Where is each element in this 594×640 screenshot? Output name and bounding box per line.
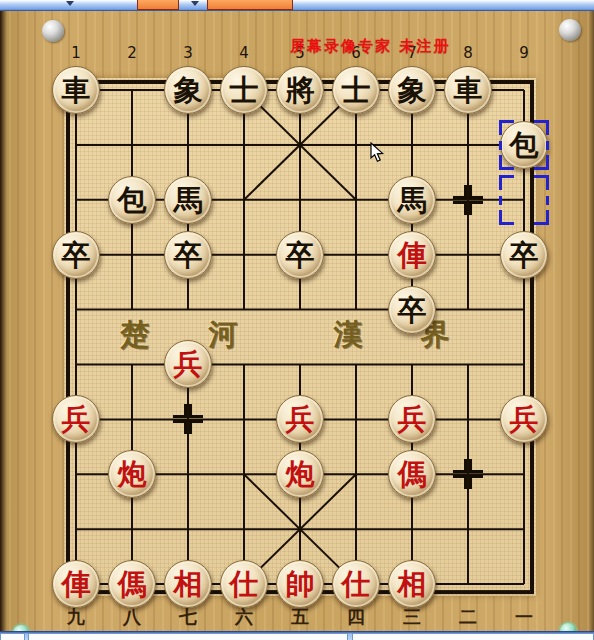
board-nail-top-left bbox=[42, 20, 64, 42]
piece-red-soldier[interactable]: 兵 bbox=[164, 340, 212, 388]
previous-position-cross-marker bbox=[453, 185, 483, 215]
toolbar-button[interactable] bbox=[207, 0, 293, 10]
piece-red-advisor[interactable]: 仕 bbox=[332, 560, 380, 608]
board-right-edge-shadow bbox=[589, 10, 594, 631]
piece-red-horse[interactable]: 傌 bbox=[388, 450, 436, 498]
piece-red-cannon[interactable]: 炮 bbox=[108, 450, 156, 498]
file-label-top-3: 3 bbox=[173, 44, 203, 62]
piece-red-general[interactable]: 帥 bbox=[276, 560, 324, 608]
toolbar-dropdown-caret-icon[interactable] bbox=[191, 1, 199, 6]
file-label-top-2: 2 bbox=[117, 44, 147, 62]
piece-red-chariot[interactable]: 俥 bbox=[388, 231, 436, 279]
piece-red-horse[interactable]: 傌 bbox=[108, 560, 156, 608]
toolbar-dropdown-caret-icon[interactable] bbox=[66, 1, 74, 6]
toolbar-strip bbox=[0, 0, 594, 11]
file-label-top-8: 8 bbox=[453, 44, 483, 62]
board-left-edge-shadow bbox=[0, 10, 7, 631]
piece-red-soldier[interactable]: 兵 bbox=[500, 395, 548, 443]
piece-red-chariot[interactable]: 俥 bbox=[52, 560, 100, 608]
piece-black-soldier[interactable]: 卒 bbox=[164, 231, 212, 279]
piece-black-soldier[interactable]: 卒 bbox=[388, 286, 436, 334]
piece-black-general[interactable]: 將 bbox=[276, 66, 324, 114]
previous-position-cross-marker bbox=[173, 404, 203, 434]
piece-black-soldier[interactable]: 卒 bbox=[276, 231, 324, 279]
file-label-top-1: 1 bbox=[61, 44, 91, 62]
piece-black-chariot[interactable]: 車 bbox=[52, 66, 100, 114]
statusbar-panel bbox=[28, 633, 348, 640]
piece-red-soldier[interactable]: 兵 bbox=[52, 395, 100, 443]
piece-black-horse[interactable]: 馬 bbox=[164, 176, 212, 224]
statusbar-panel bbox=[0, 633, 25, 640]
xiangqi-app-window: { "game": "xiangqi", "position": { "fen"… bbox=[0, 0, 594, 640]
board-nail-top-right bbox=[559, 19, 581, 41]
file-label-top-4: 4 bbox=[229, 44, 259, 62]
piece-black-advisor[interactable]: 士 bbox=[220, 66, 268, 114]
piece-red-elephant[interactable]: 相 bbox=[164, 560, 212, 608]
piece-black-advisor[interactable]: 士 bbox=[332, 66, 380, 114]
piece-black-soldier[interactable]: 卒 bbox=[500, 231, 548, 279]
previous-position-cross-marker bbox=[453, 459, 483, 489]
piece-black-elephant[interactable]: 象 bbox=[388, 66, 436, 114]
selection-brackets bbox=[499, 120, 549, 170]
piece-black-soldier[interactable]: 卒 bbox=[52, 231, 100, 279]
mouse-cursor-icon bbox=[370, 142, 385, 163]
statusbar-panel bbox=[352, 633, 594, 640]
piece-black-cannon[interactable]: 包 bbox=[108, 176, 156, 224]
recorder-watermark: 屏幕录像专家 未注册 bbox=[290, 37, 450, 56]
piece-red-advisor[interactable]: 仕 bbox=[220, 560, 268, 608]
piece-red-elephant[interactable]: 相 bbox=[388, 560, 436, 608]
file-label-top-9: 9 bbox=[509, 44, 539, 62]
piece-black-horse[interactable]: 馬 bbox=[388, 176, 436, 224]
selection-brackets bbox=[499, 175, 549, 225]
piece-black-elephant[interactable]: 象 bbox=[164, 66, 212, 114]
statusbar-strip bbox=[0, 631, 594, 640]
piece-red-soldier[interactable]: 兵 bbox=[276, 395, 324, 443]
board-grid[interactable]: 車象士將士象車包包馬馬卒卒卒俥卒卒兵兵兵兵兵炮炮傌俥傌相仕帥仕相 bbox=[48, 63, 552, 612]
toolbar-button[interactable] bbox=[137, 0, 179, 10]
piece-red-soldier[interactable]: 兵 bbox=[388, 395, 436, 443]
piece-black-chariot[interactable]: 車 bbox=[444, 66, 492, 114]
piece-red-cannon[interactable]: 炮 bbox=[276, 450, 324, 498]
